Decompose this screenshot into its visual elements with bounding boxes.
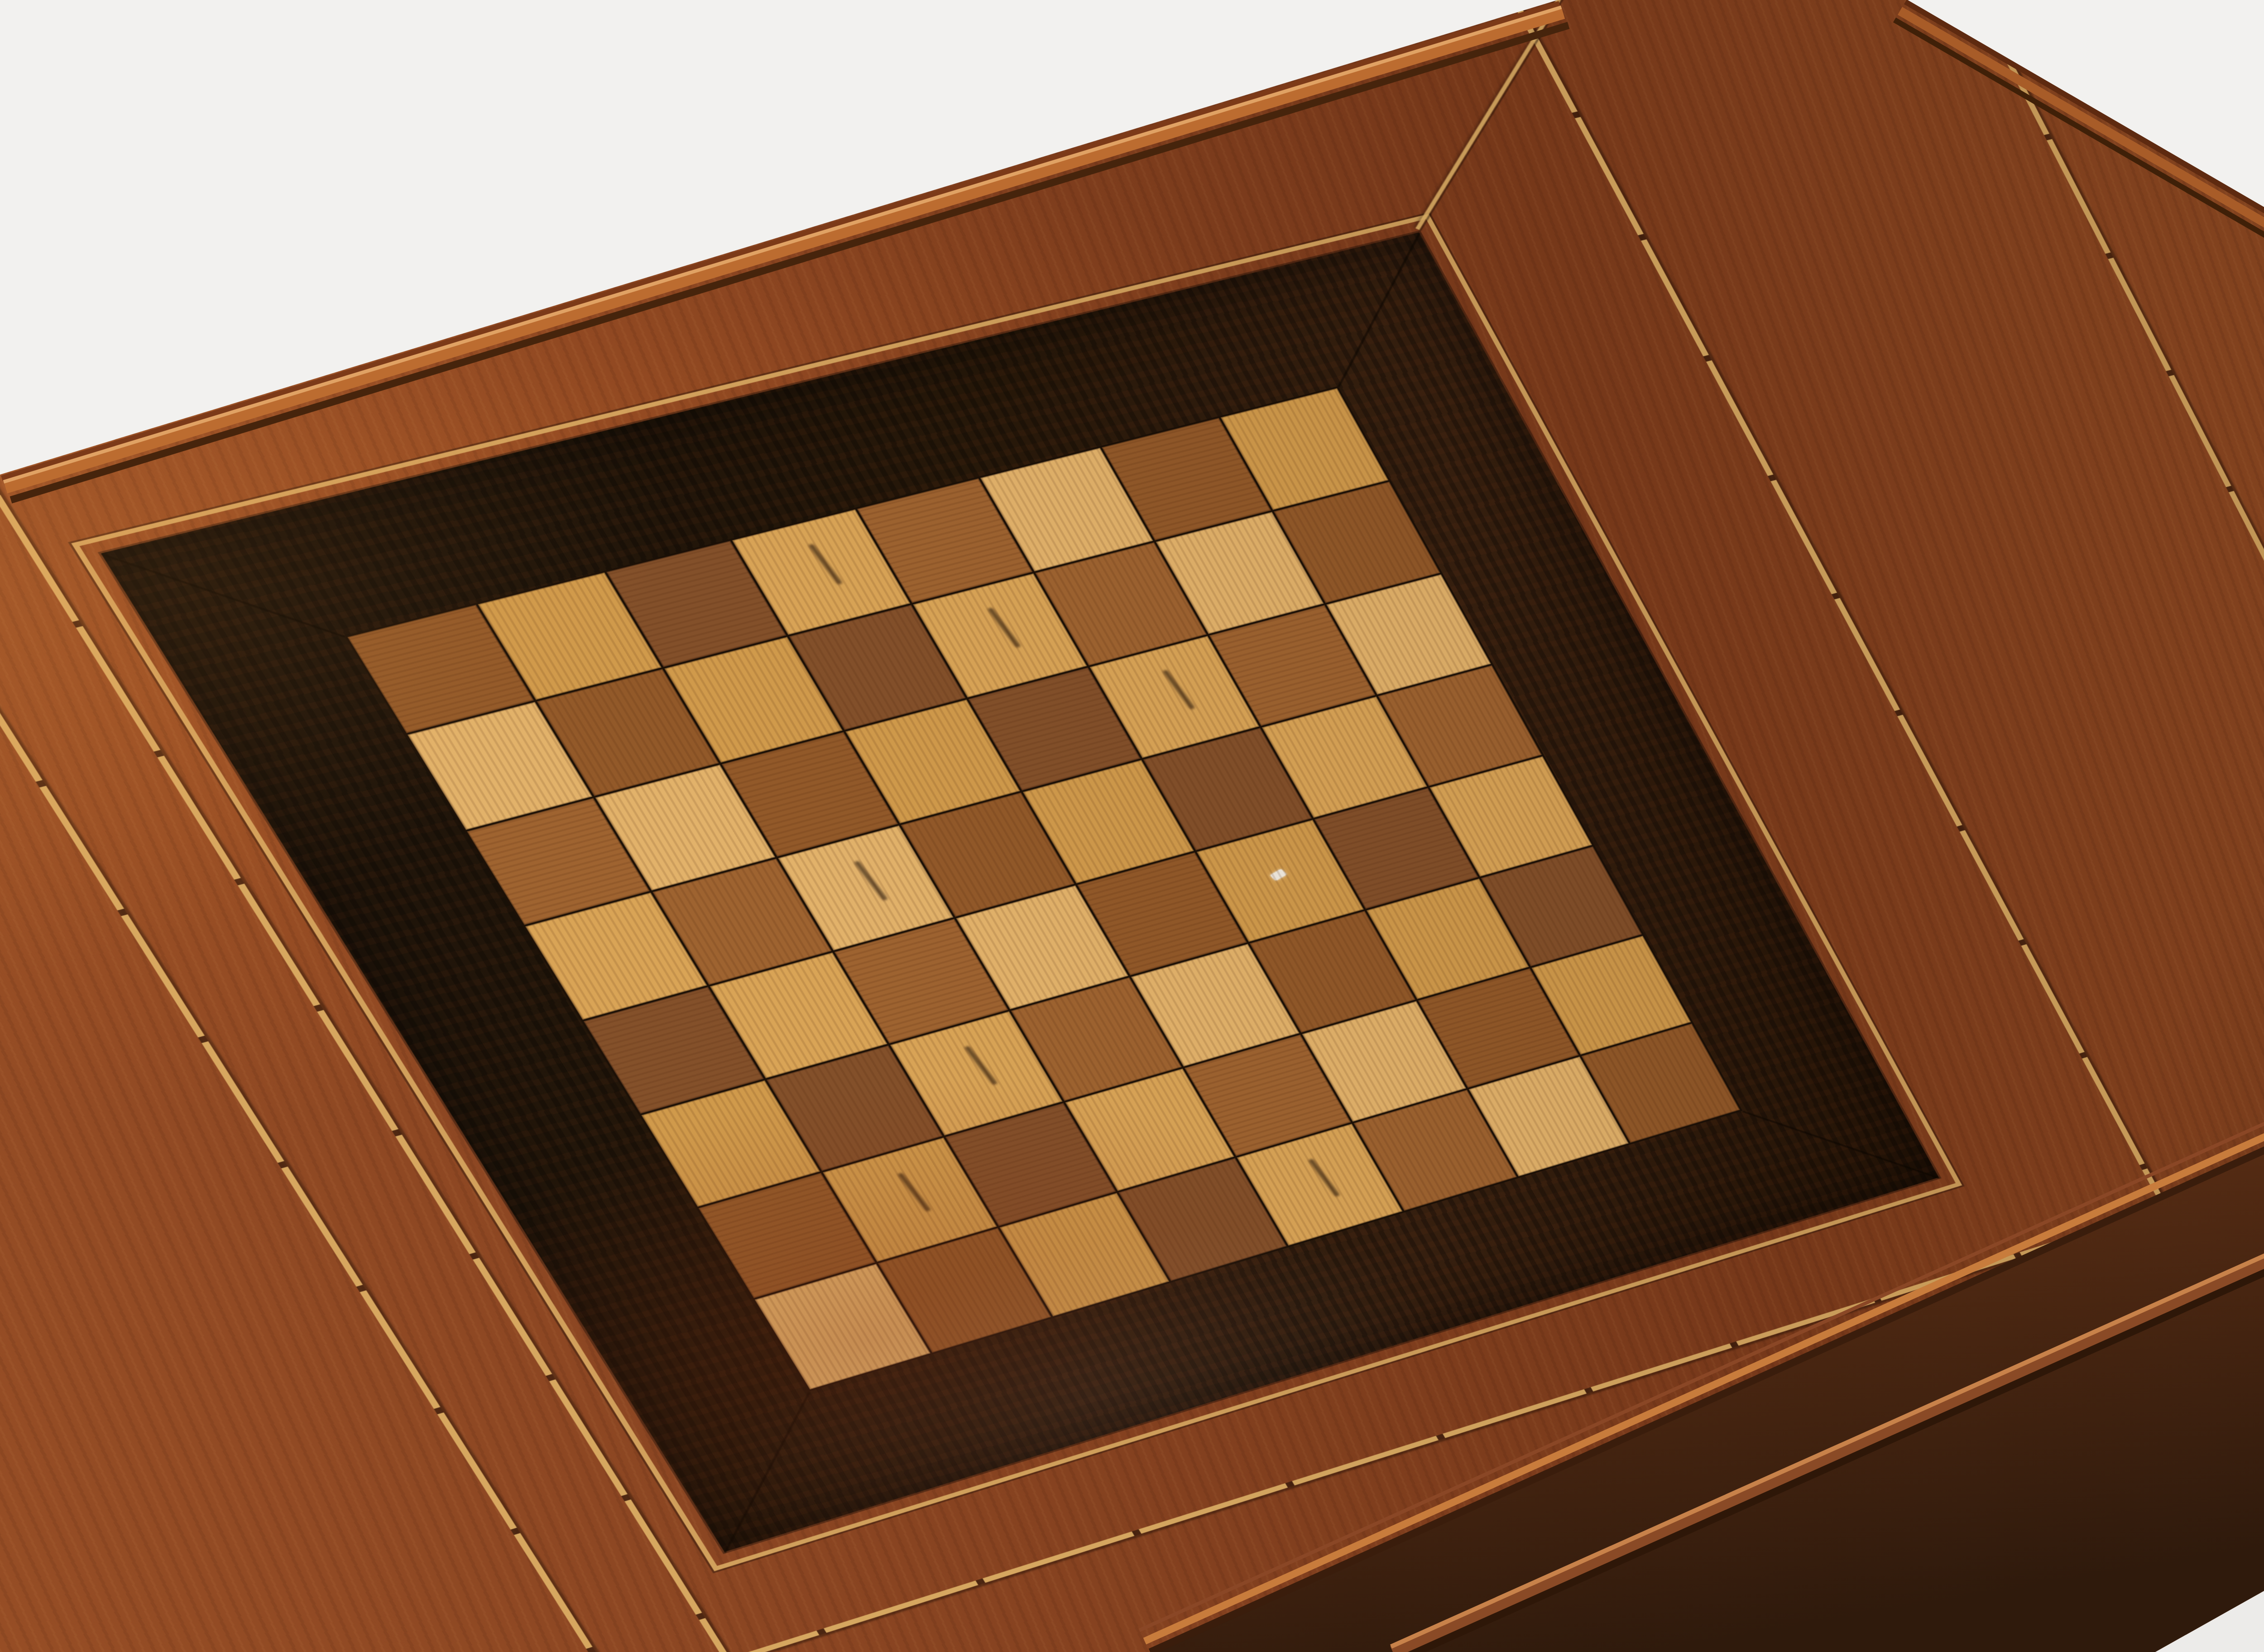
square-a4 bbox=[584, 987, 763, 1114]
square-f6 bbox=[1089, 636, 1259, 758]
square-e2 bbox=[1185, 1034, 1351, 1156]
square-b6 bbox=[595, 764, 775, 891]
square-b3 bbox=[766, 1046, 941, 1171]
square-c3 bbox=[890, 1011, 1063, 1135]
square-g6 bbox=[1209, 605, 1376, 726]
square-b7 bbox=[537, 669, 718, 796]
square-e8 bbox=[857, 479, 1032, 603]
frame-mitre-joint bbox=[724, 1392, 811, 1553]
square-c6 bbox=[721, 732, 898, 857]
square-e4 bbox=[1077, 853, 1247, 975]
square-e6 bbox=[968, 667, 1140, 790]
square-f4 bbox=[1196, 820, 1363, 942]
photo-scaler bbox=[0, 0, 2264, 1652]
square-f5 bbox=[1143, 728, 1311, 850]
square-b4 bbox=[710, 953, 887, 1078]
square-c5 bbox=[778, 826, 954, 951]
square-f1 bbox=[1353, 1090, 1516, 1210]
frame-mitre-joint bbox=[1338, 233, 1420, 387]
square-d1 bbox=[1119, 1158, 1286, 1281]
square-e1 bbox=[1237, 1124, 1402, 1245]
square-g2 bbox=[1417, 968, 1579, 1088]
square-c7 bbox=[664, 637, 843, 762]
square-a3 bbox=[641, 1081, 819, 1206]
square-h4 bbox=[1430, 756, 1592, 876]
square-h8 bbox=[1221, 388, 1388, 509]
square-a7 bbox=[408, 702, 592, 830]
square-f7 bbox=[1035, 543, 1206, 665]
square-d4 bbox=[956, 885, 1128, 1009]
square-c4 bbox=[834, 919, 1008, 1043]
square-g1 bbox=[1468, 1057, 1629, 1177]
square-d3 bbox=[1011, 977, 1181, 1100]
square-g3 bbox=[1366, 879, 1529, 999]
square-c2 bbox=[945, 1103, 1116, 1226]
square-g8 bbox=[1101, 418, 1271, 540]
square-a6 bbox=[467, 798, 649, 925]
square-h2 bbox=[1532, 936, 1691, 1055]
square-f8 bbox=[980, 448, 1152, 571]
square-a5 bbox=[526, 893, 707, 1020]
square-c8 bbox=[606, 541, 786, 667]
square-b2 bbox=[822, 1138, 996, 1262]
square-h5 bbox=[1378, 666, 1541, 786]
square-d7 bbox=[789, 605, 965, 729]
square-e5 bbox=[1023, 760, 1194, 884]
square-a2 bbox=[698, 1173, 875, 1298]
square-h6 bbox=[1326, 574, 1491, 695]
square-d5 bbox=[901, 793, 1074, 917]
square-h3 bbox=[1481, 846, 1642, 966]
square-d8 bbox=[733, 509, 910, 634]
square-h7 bbox=[1274, 481, 1440, 602]
square-b5 bbox=[652, 859, 831, 985]
square-c1 bbox=[999, 1193, 1169, 1316]
square-e7 bbox=[913, 573, 1086, 697]
square-h1 bbox=[1582, 1024, 1740, 1143]
square-g4 bbox=[1314, 788, 1478, 909]
square-b1 bbox=[878, 1229, 1050, 1353]
chessboard bbox=[345, 386, 1743, 1392]
square-a8 bbox=[348, 605, 533, 733]
photo-canvas bbox=[0, 0, 2264, 1652]
square-g5 bbox=[1262, 697, 1427, 818]
square-a1 bbox=[755, 1264, 930, 1390]
square-f3 bbox=[1249, 911, 1415, 1032]
table-top bbox=[0, 0, 2264, 1652]
square-e3 bbox=[1131, 944, 1299, 1066]
square-b8 bbox=[478, 573, 661, 700]
square-g7 bbox=[1155, 512, 1324, 634]
square-d2 bbox=[1065, 1068, 1234, 1191]
square-d6 bbox=[845, 699, 1020, 824]
square-f2 bbox=[1302, 1001, 1466, 1122]
